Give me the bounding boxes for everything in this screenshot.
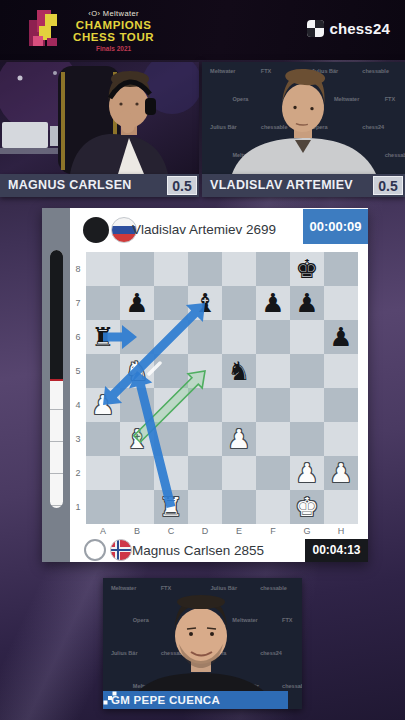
square-e3: ♟ xyxy=(222,422,256,456)
file-label-A: A xyxy=(86,524,120,539)
rank-label-4: 4 xyxy=(70,388,86,422)
square-a3 xyxy=(86,422,120,456)
commentator-name: GM PEPE CUENCA xyxy=(111,691,220,709)
carlsen-score-bar: MAGNUS CARLSEN 0.5 xyxy=(0,174,199,197)
square-g8: ♚ xyxy=(290,252,324,286)
square-g6 xyxy=(290,320,324,354)
file-label-D: D xyxy=(188,524,222,539)
square-e5: ♞ xyxy=(222,354,256,388)
square-g2: ♟ xyxy=(290,456,324,490)
rank-label-8: 8 xyxy=(70,252,86,286)
square-g4 xyxy=(290,388,324,422)
square-b8 xyxy=(120,252,154,286)
chess-tour-title: CHESS TOUR xyxy=(73,31,154,44)
carlsen-score: 0.5 xyxy=(167,176,197,195)
square-a1 xyxy=(86,490,120,524)
white-pawn-g2: ♟ xyxy=(295,456,318,490)
square-b1 xyxy=(120,490,154,524)
file-label-C: C xyxy=(154,524,188,539)
commentator-figure xyxy=(103,578,302,709)
square-h6: ♟ xyxy=(324,320,358,354)
square-c8 xyxy=(154,252,188,286)
square-e8 xyxy=(222,252,256,286)
square-g3 xyxy=(290,422,324,456)
top-player-name: Vladislav Artemiev 2699 xyxy=(132,208,276,252)
file-label-G: G xyxy=(290,524,324,539)
white-pawn-e3: ♟ xyxy=(227,422,250,456)
square-b4 xyxy=(120,388,154,422)
expand-icon[interactable] xyxy=(103,691,117,705)
square-c5 xyxy=(154,354,188,388)
square-d2 xyxy=(188,456,222,490)
square-f5 xyxy=(256,354,290,388)
eval-divider xyxy=(50,379,63,381)
chess24-board-icon xyxy=(307,20,324,37)
mcct-logo xyxy=(27,8,63,52)
black-pawn-g7: ♟ xyxy=(295,286,318,320)
top-player-row: Vladislav Artemiev 2699 00:00:09 xyxy=(70,208,368,252)
black-pawn-b7: ♟ xyxy=(125,286,148,320)
rank-label-3: 3 xyxy=(70,422,86,456)
rank-labels: 87654321 xyxy=(70,252,86,524)
file-label-E: E xyxy=(222,524,256,539)
square-c2 xyxy=(154,456,188,490)
square-d1 xyxy=(188,490,222,524)
finals-subtitle: Finals 2021 xyxy=(73,45,154,52)
eval-black-part xyxy=(50,250,63,379)
square-f2 xyxy=(256,456,290,490)
artemiev-bar-name: VLADISLAV ARTEMIEV xyxy=(210,174,353,197)
champions-title: CHAMPIONS xyxy=(73,19,154,32)
square-d3 xyxy=(188,422,222,456)
eval-column xyxy=(42,208,70,562)
square-f3 xyxy=(256,422,290,456)
carlsen-studio-scene xyxy=(0,62,199,174)
bottom-player-row: Magnus Carlsen 2855 00:04:13 xyxy=(70,539,368,562)
square-g1: ♚ xyxy=(290,490,324,524)
bottom-player-name: Magnus Carlsen 2855 xyxy=(132,539,264,562)
eval-bar xyxy=(50,250,63,508)
square-g5 xyxy=(290,354,324,388)
square-h5 xyxy=(324,354,358,388)
black-pawn-f7: ♟ xyxy=(261,286,284,320)
file-label-H: H xyxy=(324,524,358,539)
artemiev-score-bar: VLADISLAV ARTEMIEV 0.5 xyxy=(202,174,405,197)
rank-label-6: 6 xyxy=(70,320,86,354)
square-h1 xyxy=(324,490,358,524)
file-label-B: B xyxy=(120,524,154,539)
rank-label-5: 5 xyxy=(70,354,86,388)
rank-label-1: 1 xyxy=(70,490,86,524)
square-d8 xyxy=(188,252,222,286)
square-f1 xyxy=(256,490,290,524)
square-b5: ♞ xyxy=(120,354,154,388)
studio-monitor xyxy=(2,122,48,148)
rank-label-2: 2 xyxy=(70,456,86,490)
square-e4 xyxy=(222,388,256,422)
square-e7 xyxy=(222,286,256,320)
chess-board: ♚♟♝♟♟♜♟♞♞♟♝♟♟♟♜♚ xyxy=(86,252,358,524)
video-commentator: MeltwaterFTXJulius BärchessableOperaches… xyxy=(103,578,302,709)
square-c3 xyxy=(154,422,188,456)
square-f8 xyxy=(256,252,290,286)
square-b6 xyxy=(120,320,154,354)
square-d7: ♝ xyxy=(188,286,222,320)
square-d6 xyxy=(188,320,222,354)
rank-label-7: 7 xyxy=(70,286,86,320)
square-c7 xyxy=(154,286,188,320)
file-labels: ABCDEFGH xyxy=(86,524,358,539)
meltwater-wordmark: ‹O› Meltwater xyxy=(73,9,154,18)
square-a7 xyxy=(86,286,120,320)
square-h2: ♟ xyxy=(324,456,358,490)
white-pawn-h2: ♟ xyxy=(329,456,352,490)
square-b3: ♝ xyxy=(120,422,154,456)
video-artemiev: MeltwaterFTXJulius BärchessableOperaches… xyxy=(202,62,405,174)
square-a6: ♜ xyxy=(86,320,120,354)
square-h3 xyxy=(324,422,358,456)
carlsen-bar-name: MAGNUS CARLSEN xyxy=(8,174,132,197)
square-b2 xyxy=(120,456,154,490)
square-e2 xyxy=(222,456,256,490)
norway-flag xyxy=(110,539,132,561)
black-knight-e5: ♞ xyxy=(227,354,250,388)
white-king-g1: ♚ xyxy=(295,490,318,524)
black-pieces-disc xyxy=(83,217,109,243)
black-pawn-h6: ♟ xyxy=(329,320,352,354)
artemiev-figure xyxy=(202,62,405,174)
black-rook-a6: ♜ xyxy=(91,320,114,354)
square-h8 xyxy=(324,252,358,286)
bottom-player-clock: 00:04:13 xyxy=(305,539,368,562)
white-pieces-disc xyxy=(84,539,106,561)
black-king-g8: ♚ xyxy=(295,252,318,286)
broadcast-frame: ‹O› Meltwater CHAMPIONS CHESS TOUR Final… xyxy=(0,0,405,720)
square-a4: ♟ xyxy=(86,388,120,422)
white-bishop-b3: ♝ xyxy=(125,422,148,456)
square-d4 xyxy=(188,388,222,422)
artemiev-score: 0.5 xyxy=(373,176,403,195)
square-h7 xyxy=(324,286,358,320)
square-a8 xyxy=(86,252,120,286)
square-f7: ♟ xyxy=(256,286,290,320)
black-bishop-d7: ♝ xyxy=(193,286,216,320)
white-pawn-a4: ♟ xyxy=(91,388,114,422)
header-bar: ‹O› Meltwater CHAMPIONS CHESS TOUR Final… xyxy=(0,0,405,60)
square-g7: ♟ xyxy=(290,286,324,320)
event-logo-block: ‹O› Meltwater CHAMPIONS CHESS TOUR Final… xyxy=(27,8,154,52)
square-a5 xyxy=(86,354,120,388)
video-carlsen xyxy=(0,62,199,174)
artemiev-face xyxy=(280,83,325,134)
square-b7: ♟ xyxy=(120,286,154,320)
white-rook-c1: ♜ xyxy=(159,490,182,524)
pepe-hair xyxy=(177,595,225,609)
square-h4 xyxy=(324,388,358,422)
white-knight-b5: ♞ xyxy=(125,354,148,388)
file-label-F: F xyxy=(256,524,290,539)
chess24-wordmark: chess24 xyxy=(329,20,390,37)
square-d5 xyxy=(188,354,222,388)
square-c4 xyxy=(154,388,188,422)
commentator-name-bar: GM PEPE CUENCA xyxy=(103,691,288,709)
top-player-clock: 00:00:09 xyxy=(303,209,368,244)
square-e6 xyxy=(222,320,256,354)
chess24-logo: chess24 xyxy=(307,20,390,37)
square-a2 xyxy=(86,456,120,490)
square-e1 xyxy=(222,490,256,524)
square-c6 xyxy=(154,320,188,354)
square-f4 xyxy=(256,388,290,422)
square-c1: ♜ xyxy=(154,490,188,524)
square-f6 xyxy=(256,320,290,354)
